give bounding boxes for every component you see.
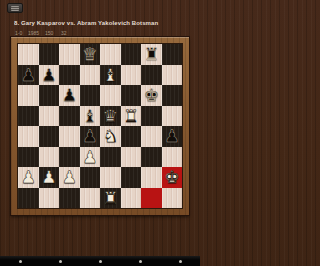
square-c1[interactable] (59, 188, 80, 209)
square-d7[interactable] (80, 65, 101, 86)
square-g3[interactable] (141, 147, 162, 168)
square-a4[interactable] (18, 126, 39, 147)
nav-bar (0, 256, 200, 266)
white-pawn-a2: ♟ (21, 167, 36, 188)
square-c2[interactable]: ♟ (59, 167, 80, 188)
black-bishop-d5: ♝ (82, 106, 97, 127)
square-d2[interactable] (80, 167, 101, 188)
square-d5[interactable]: ♝ (80, 106, 101, 127)
square-h8[interactable] (162, 44, 183, 65)
white-bishop-e7: ♝ (103, 65, 118, 86)
square-g8[interactable]: ♜ (141, 44, 162, 65)
black-queen-d8: ♛ (82, 44, 97, 65)
white-rook-f5: ♜ (123, 106, 138, 127)
square-h3[interactable] (162, 147, 183, 168)
nav-dot-3[interactable] (99, 260, 102, 263)
black-pawn-h4: ♟ (164, 126, 179, 147)
square-a7[interactable]: ♟ (18, 65, 39, 86)
nav-dot-2[interactable] (59, 260, 62, 263)
menu-button[interactable] (7, 3, 23, 13)
square-g4[interactable] (141, 126, 162, 147)
square-c5[interactable] (59, 106, 80, 127)
menu-icon (11, 6, 19, 11)
meta-token-3: 150 (45, 30, 53, 36)
black-pawn-a7: ♟ (21, 65, 36, 86)
square-b4[interactable] (39, 126, 60, 147)
square-f6[interactable] (121, 85, 142, 106)
square-e4[interactable]: ♞ (100, 126, 121, 147)
white-pawn-d3: ♟ (82, 147, 97, 168)
meta-result: 1-0 (15, 30, 22, 36)
square-c4[interactable] (59, 126, 80, 147)
nav-dot-4[interactable] (139, 260, 142, 263)
square-d1[interactable] (80, 188, 101, 209)
square-e8[interactable] (100, 44, 121, 65)
square-h4[interactable]: ♟ (162, 126, 183, 147)
square-b3[interactable] (39, 147, 60, 168)
square-a3[interactable] (18, 147, 39, 168)
black-pawn-d4: ♟ (82, 126, 97, 147)
game-title: 8. Gary Kasparov vs. Abram Yakolevich Bo… (14, 20, 194, 26)
square-a8[interactable] (18, 44, 39, 65)
square-e5[interactable]: ♛ (100, 106, 121, 127)
square-d6[interactable] (80, 85, 101, 106)
meta-year: 1985 (28, 30, 39, 36)
black-rook-g8: ♜ (144, 44, 159, 65)
square-a2[interactable]: ♟ (18, 167, 39, 188)
square-b1[interactable] (39, 188, 60, 209)
square-c7[interactable] (59, 65, 80, 86)
black-pawn-c6: ♟ (62, 85, 77, 106)
black-pawn-b7: ♟ (41, 65, 56, 86)
square-b8[interactable] (39, 44, 60, 65)
square-a5[interactable] (18, 106, 39, 127)
square-f7[interactable] (121, 65, 142, 86)
square-e1[interactable]: ♜ (100, 188, 121, 209)
square-b6[interactable] (39, 85, 60, 106)
square-c8[interactable] (59, 44, 80, 65)
square-f1[interactable] (121, 188, 142, 209)
white-king-h2: ♚ (164, 167, 179, 188)
square-g5[interactable] (141, 106, 162, 127)
square-d4[interactable]: ♟ (80, 126, 101, 147)
white-pawn-c2: ♟ (62, 167, 77, 188)
square-g2[interactable] (141, 167, 162, 188)
square-h6[interactable] (162, 85, 183, 106)
white-knight-e4: ♞ (103, 126, 118, 147)
board-frame: ♛♜♟♟♝♟♚♝♛♜♟♞♟♟♟♟♟♚♜ (11, 37, 189, 215)
square-b7[interactable]: ♟ (39, 65, 60, 86)
square-e2[interactable] (100, 167, 121, 188)
square-f3[interactable] (121, 147, 142, 168)
square-d3[interactable]: ♟ (80, 147, 101, 168)
square-c6[interactable]: ♟ (59, 85, 80, 106)
square-h1[interactable] (162, 188, 183, 209)
game-meta-row: 1-0 1985 150 32 (0, 30, 200, 37)
square-g6[interactable]: ♚ (141, 85, 162, 106)
square-b5[interactable] (39, 106, 60, 127)
square-h7[interactable] (162, 65, 183, 86)
square-g1[interactable] (141, 188, 162, 209)
square-f4[interactable] (121, 126, 142, 147)
black-king-g6: ♚ (144, 85, 159, 106)
square-c3[interactable] (59, 147, 80, 168)
square-f5[interactable]: ♜ (121, 106, 142, 127)
square-a1[interactable] (18, 188, 39, 209)
square-e6[interactable] (100, 85, 121, 106)
nav-dot-1[interactable] (19, 260, 22, 263)
square-g7[interactable] (141, 65, 162, 86)
white-rook-e1: ♜ (103, 188, 118, 209)
square-e7[interactable]: ♝ (100, 65, 121, 86)
square-h2[interactable]: ♚ (162, 167, 183, 188)
square-d8[interactable]: ♛ (80, 44, 101, 65)
square-f2[interactable] (121, 167, 142, 188)
square-h5[interactable] (162, 106, 183, 127)
white-queen-e5: ♛ (103, 106, 118, 127)
square-a6[interactable] (18, 85, 39, 106)
square-b2[interactable]: ♟ (39, 167, 60, 188)
chess-board: ♛♜♟♟♝♟♚♝♛♜♟♞♟♟♟♟♟♚♜ (17, 43, 183, 209)
square-e3[interactable] (100, 147, 121, 168)
nav-dot-5[interactable] (179, 260, 182, 263)
square-f8[interactable] (121, 44, 142, 65)
meta-token-4: 32 (61, 30, 67, 36)
white-pawn-b2: ♟ (41, 167, 56, 188)
